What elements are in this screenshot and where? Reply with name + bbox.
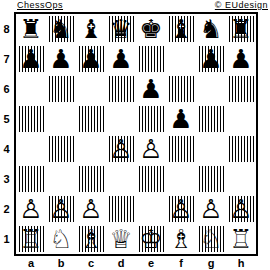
white-pawn[interactable]: ♙ xyxy=(79,194,102,224)
square-b4[interactable] xyxy=(46,134,76,164)
square-e7[interactable] xyxy=(136,44,166,74)
square-d7[interactable]: ♟ xyxy=(106,44,136,74)
square-c2[interactable]: ♙ xyxy=(76,194,106,224)
square-b6[interactable] xyxy=(46,74,76,104)
square-a5[interactable] xyxy=(16,104,46,134)
rank-label-3: 3 xyxy=(0,164,13,194)
white-pawn[interactable]: ♙ xyxy=(49,194,72,224)
rank-label-4: 4 xyxy=(0,134,13,164)
square-b1[interactable]: ♘ xyxy=(46,224,76,254)
square-h3[interactable] xyxy=(226,164,256,194)
white-knight[interactable]: ♘ xyxy=(49,224,72,254)
black-pawn[interactable]: ♟ xyxy=(199,44,222,74)
square-f5[interactable]: ♟ xyxy=(166,104,196,134)
black-bishop[interactable]: ♝ xyxy=(79,14,102,44)
rank-labels: 87654321 xyxy=(0,14,13,254)
black-pawn[interactable]: ♟ xyxy=(49,44,72,74)
black-pawn[interactable]: ♟ xyxy=(109,44,132,74)
file-label-d: d xyxy=(106,257,136,269)
white-bishop[interactable]: ♗ xyxy=(79,224,102,254)
black-pawn[interactable]: ♟ xyxy=(139,74,162,104)
rank-label-7: 7 xyxy=(0,44,13,74)
file-label-g: g xyxy=(196,257,226,269)
square-a1[interactable]: ♖ xyxy=(16,224,46,254)
chess-board: ♜♞♝♛♚♝♞♜♟♟♟♟♟♟♟♟♙♙♙♙♙♙♙♙♖♘♗♕♔♗♘♖ xyxy=(14,12,258,256)
square-f6[interactable] xyxy=(166,74,196,104)
white-pawn[interactable]: ♙ xyxy=(169,194,192,224)
square-c4[interactable] xyxy=(76,134,106,164)
white-knight[interactable]: ♘ xyxy=(199,224,222,254)
square-e1[interactable]: ♔ xyxy=(136,224,166,254)
square-f4[interactable] xyxy=(166,134,196,164)
square-h5[interactable] xyxy=(226,104,256,134)
square-h8[interactable]: ♜ xyxy=(226,14,256,44)
square-g6[interactable] xyxy=(196,74,226,104)
square-h1[interactable]: ♖ xyxy=(226,224,256,254)
square-e6[interactable]: ♟ xyxy=(136,74,166,104)
white-pawn[interactable]: ♙ xyxy=(199,194,222,224)
credit-text: © EUdesign xyxy=(215,0,268,10)
black-knight[interactable]: ♞ xyxy=(199,14,222,44)
file-label-e: e xyxy=(136,257,166,269)
square-e4[interactable]: ♙ xyxy=(136,134,166,164)
square-d3[interactable] xyxy=(106,164,136,194)
white-pawn[interactable]: ♙ xyxy=(139,134,162,164)
square-g4[interactable] xyxy=(196,134,226,164)
black-rook[interactable]: ♜ xyxy=(19,14,42,44)
file-label-f: f xyxy=(166,257,196,269)
square-f7[interactable] xyxy=(166,44,196,74)
white-bishop[interactable]: ♗ xyxy=(169,224,192,254)
square-f1[interactable]: ♗ xyxy=(166,224,196,254)
square-g5[interactable] xyxy=(196,104,226,134)
square-d5[interactable] xyxy=(106,104,136,134)
rank-label-8: 8 xyxy=(0,14,13,44)
square-f3[interactable] xyxy=(166,164,196,194)
black-bishop[interactable]: ♝ xyxy=(169,14,192,44)
square-a2[interactable]: ♙ xyxy=(16,194,46,224)
square-c8[interactable]: ♝ xyxy=(76,14,106,44)
white-pawn[interactable]: ♙ xyxy=(229,194,252,224)
square-b3[interactable] xyxy=(46,164,76,194)
square-f8[interactable]: ♝ xyxy=(166,14,196,44)
square-d8[interactable]: ♛ xyxy=(106,14,136,44)
square-g7[interactable]: ♟ xyxy=(196,44,226,74)
rank-label-6: 6 xyxy=(0,74,13,104)
file-label-c: c xyxy=(76,257,106,269)
white-pawn[interactable]: ♙ xyxy=(19,194,42,224)
black-pawn[interactable]: ♟ xyxy=(79,44,102,74)
white-king[interactable]: ♔ xyxy=(139,224,162,254)
square-h4[interactable] xyxy=(226,134,256,164)
square-c6[interactable] xyxy=(76,74,106,104)
square-c5[interactable] xyxy=(76,104,106,134)
rank-label-2: 2 xyxy=(0,194,13,224)
black-pawn[interactable]: ♟ xyxy=(229,44,252,74)
square-h2[interactable]: ♙ xyxy=(226,194,256,224)
square-d2[interactable] xyxy=(106,194,136,224)
white-queen[interactable]: ♕ xyxy=(109,224,132,254)
square-g8[interactable]: ♞ xyxy=(196,14,226,44)
square-h7[interactable]: ♟ xyxy=(226,44,256,74)
black-knight[interactable]: ♞ xyxy=(49,14,72,44)
square-d4[interactable]: ♙ xyxy=(106,134,136,164)
square-c3[interactable] xyxy=(76,164,106,194)
square-e8[interactable]: ♚ xyxy=(136,14,166,44)
rank-label-5: 5 xyxy=(0,104,13,134)
square-a6[interactable] xyxy=(16,74,46,104)
rank-label-1: 1 xyxy=(0,224,13,254)
square-c7[interactable]: ♟ xyxy=(76,44,106,74)
square-d6[interactable] xyxy=(106,74,136,104)
square-f2[interactable]: ♙ xyxy=(166,194,196,224)
square-a8[interactable]: ♜ xyxy=(16,14,46,44)
square-a3[interactable] xyxy=(16,164,46,194)
file-labels: abcdefgh xyxy=(16,257,256,269)
square-e3[interactable] xyxy=(136,164,166,194)
square-b5[interactable] xyxy=(46,104,76,134)
square-a4[interactable] xyxy=(16,134,46,164)
square-c1[interactable]: ♗ xyxy=(76,224,106,254)
square-b8[interactable]: ♞ xyxy=(46,14,76,44)
square-e5[interactable] xyxy=(136,104,166,134)
white-pawn[interactable]: ♙ xyxy=(109,134,132,164)
black-king[interactable]: ♚ xyxy=(139,14,162,44)
white-rook[interactable]: ♖ xyxy=(229,224,252,254)
file-label-a: a xyxy=(16,257,46,269)
square-b7[interactable]: ♟ xyxy=(46,44,76,74)
square-g1[interactable]: ♘ xyxy=(196,224,226,254)
white-rook[interactable]: ♖ xyxy=(19,224,42,254)
black-pawn[interactable]: ♟ xyxy=(19,44,42,74)
square-d1[interactable]: ♕ xyxy=(106,224,136,254)
square-b2[interactable]: ♙ xyxy=(46,194,76,224)
black-queen[interactable]: ♛ xyxy=(109,14,132,44)
app-title: ChessOps xyxy=(17,0,63,10)
square-g2[interactable]: ♙ xyxy=(196,194,226,224)
square-a7[interactable]: ♟ xyxy=(16,44,46,74)
file-label-b: b xyxy=(46,257,76,269)
square-g3[interactable] xyxy=(196,164,226,194)
square-h6[interactable] xyxy=(226,74,256,104)
black-rook[interactable]: ♜ xyxy=(229,14,252,44)
square-e2[interactable] xyxy=(136,194,166,224)
file-label-h: h xyxy=(226,257,256,269)
black-pawn[interactable]: ♟ xyxy=(169,104,192,134)
